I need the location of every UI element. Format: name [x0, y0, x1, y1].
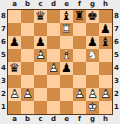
square-b6[interactable]	[21, 36, 34, 49]
rank-label-6: 6	[0, 36, 7, 49]
square-c1[interactable]	[34, 101, 47, 114]
square-d1[interactable]	[47, 101, 60, 114]
square-d6[interactable]	[47, 36, 60, 49]
file-label-d: d	[47, 115, 60, 124]
piece-white-king[interactable]: ♚♔	[86, 101, 99, 114]
file-label-e: e	[60, 115, 73, 124]
file-label-h: h	[99, 115, 112, 124]
white-pawn-glyph: ♙	[73, 88, 86, 101]
square-c8[interactable]: ♛	[34, 10, 47, 23]
square-g4[interactable]	[86, 62, 99, 75]
black-pawn-glyph: ♟	[8, 36, 21, 49]
square-e2[interactable]	[60, 88, 73, 101]
black-pawn-glyph: ♟	[60, 62, 73, 75]
file-label-b: b	[21, 0, 34, 9]
rank-label-1: 1	[0, 101, 7, 114]
black-bishop-glyph: ♝	[99, 36, 112, 49]
square-e4[interactable]: ♟	[60, 62, 73, 75]
square-g5[interactable]: ♞♘	[86, 49, 99, 62]
square-c4[interactable]	[34, 62, 47, 75]
square-e1[interactable]	[60, 101, 73, 114]
black-rook-glyph: ♜	[73, 10, 86, 23]
square-f1[interactable]	[73, 101, 86, 114]
square-f8[interactable]: ♜	[73, 10, 86, 23]
rank-label-7: 7	[113, 23, 120, 36]
file-label-g: g	[86, 115, 99, 124]
square-e7[interactable]: ♜♖	[60, 23, 73, 36]
square-h1[interactable]	[99, 101, 112, 114]
file-label-b: b	[21, 115, 34, 124]
square-a1[interactable]	[8, 101, 21, 114]
rank-labels-right: 87654321	[113, 9, 120, 115]
square-g8[interactable]: ♚	[86, 10, 99, 23]
square-c3[interactable]	[34, 75, 47, 88]
square-h4[interactable]	[99, 62, 112, 75]
square-c2[interactable]	[34, 88, 47, 101]
file-label-d: d	[47, 0, 60, 9]
file-label-g: g	[86, 0, 99, 9]
square-e3[interactable]	[60, 75, 73, 88]
file-label-a: a	[8, 0, 21, 9]
rank-label-3: 3	[0, 75, 7, 88]
square-f2[interactable]: ♟♙	[73, 88, 86, 101]
square-g1[interactable]: ♚♔	[86, 101, 99, 114]
file-label-f: f	[73, 115, 86, 124]
square-h5[interactable]	[99, 49, 112, 62]
piece-white-pawn[interactable]: ♟♙	[34, 49, 47, 62]
white-pawn-glyph: ♙	[99, 88, 112, 101]
piece-white-pawn[interactable]: ♟♙	[8, 88, 21, 101]
square-f5[interactable]	[73, 49, 86, 62]
chess-diagram: abcdefgh 87654321 ♛♝♜♚♜♖♟♟♟♟♝♟♙♝♗♞♘♛♟♙♟♟…	[0, 0, 120, 124]
square-h6[interactable]: ♝	[99, 36, 112, 49]
file-label-e: e	[60, 0, 73, 9]
square-f6[interactable]	[73, 36, 86, 49]
rank-label-2: 2	[113, 88, 120, 101]
piece-white-pawn[interactable]: ♟♙	[73, 88, 86, 101]
square-b8[interactable]	[21, 10, 34, 23]
rank-label-7: 7	[0, 23, 7, 36]
black-queen-glyph: ♛	[34, 10, 47, 23]
square-d3[interactable]	[47, 75, 60, 88]
rank-label-8: 8	[0, 10, 7, 23]
square-a4[interactable]: ♛	[8, 62, 21, 75]
file-label-a: a	[8, 115, 21, 124]
piece-white-pawn[interactable]: ♟♙	[21, 88, 34, 101]
rank-label-1: 1	[113, 101, 120, 114]
piece-black-king[interactable]: ♚	[86, 10, 99, 23]
file-label-c: c	[34, 0, 47, 9]
piece-black-queen[interactable]: ♛	[34, 10, 47, 23]
square-a2[interactable]: ♟♙	[8, 88, 21, 101]
square-c5[interactable]: ♟♙	[34, 49, 47, 62]
rank-label-8: 8	[113, 10, 120, 23]
square-b1[interactable]	[21, 101, 34, 114]
file-labels-bottom: abcdefgh	[0, 115, 120, 124]
white-knight-glyph: ♘	[86, 49, 99, 62]
rank-labels-left: 87654321	[0, 9, 7, 115]
rank-label-4: 4	[113, 62, 120, 75]
file-label-f: f	[73, 0, 86, 9]
square-d7[interactable]	[47, 23, 60, 36]
square-b2[interactable]: ♟♙	[21, 88, 34, 101]
rank-label-6: 6	[113, 36, 120, 49]
black-king-glyph: ♚	[86, 10, 99, 23]
rank-label-2: 2	[0, 88, 7, 101]
piece-black-queen[interactable]: ♛	[8, 62, 21, 75]
square-h2[interactable]: ♟♙	[99, 88, 112, 101]
white-pawn-glyph: ♙	[21, 88, 34, 101]
piece-black-pawn[interactable]: ♟	[8, 36, 21, 49]
square-a8[interactable]	[8, 10, 21, 23]
white-pawn-glyph: ♙	[47, 62, 60, 75]
square-a6[interactable]: ♟	[8, 36, 21, 49]
white-pawn-glyph: ♙	[8, 88, 21, 101]
piece-white-pawn[interactable]: ♟♙	[99, 88, 112, 101]
square-b4[interactable]	[21, 62, 34, 75]
white-pawn-glyph: ♙	[34, 49, 47, 62]
square-f7[interactable]	[73, 23, 86, 36]
rank-label-5: 5	[0, 49, 7, 62]
file-label-c: c	[34, 115, 47, 124]
chess-board: ♛♝♜♚♜♖♟♟♟♟♝♟♙♝♗♞♘♛♟♙♟♟♙♟♙♟♙♟♙♟♙♚♔	[7, 9, 113, 115]
square-d4[interactable]: ♟♙	[47, 62, 60, 75]
black-queen-glyph: ♛	[8, 62, 21, 75]
rank-label-4: 4	[0, 62, 7, 75]
piece-black-bishop[interactable]: ♝	[99, 36, 112, 49]
square-d8[interactable]	[47, 10, 60, 23]
rank-label-5: 5	[113, 49, 120, 62]
piece-white-pawn[interactable]: ♟♙	[47, 62, 60, 75]
piece-black-rook[interactable]: ♜	[73, 10, 86, 23]
file-labels-top: abcdefgh	[0, 0, 120, 9]
square-b5[interactable]	[21, 49, 34, 62]
white-rook-glyph: ♖	[60, 23, 73, 36]
file-label-h: h	[99, 0, 112, 9]
piece-white-rook[interactable]: ♜♖	[60, 23, 73, 36]
white-king-glyph: ♔	[86, 101, 99, 114]
piece-black-pawn[interactable]: ♟	[60, 62, 73, 75]
rank-label-3: 3	[113, 75, 120, 88]
square-f4[interactable]	[73, 62, 86, 75]
square-b7[interactable]	[21, 23, 34, 36]
square-d2[interactable]	[47, 88, 60, 101]
piece-white-knight[interactable]: ♞♘	[86, 49, 99, 62]
